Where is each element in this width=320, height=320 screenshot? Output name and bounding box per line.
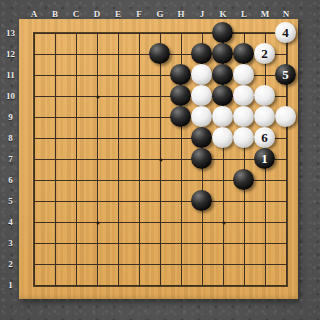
row-label-9: 9 xyxy=(2,111,19,123)
stones-layer: 42561 xyxy=(23,22,296,295)
stone-black-J7[interactable] xyxy=(191,148,212,169)
stone-white-M9[interactable] xyxy=(254,106,275,127)
row-label-2: 2 xyxy=(2,258,19,270)
move-number-label: 5 xyxy=(275,64,296,85)
stone-white-M12[interactable]: 2 xyxy=(254,43,275,64)
stone-black-H9[interactable] xyxy=(170,106,191,127)
stone-white-N13[interactable]: 4 xyxy=(275,22,296,43)
stone-black-K11[interactable] xyxy=(212,64,233,85)
move-number-label: 6 xyxy=(254,127,275,148)
stone-white-J9[interactable] xyxy=(191,106,212,127)
stone-white-L9[interactable] xyxy=(233,106,254,127)
row-label-10: 10 xyxy=(2,90,19,102)
stone-white-K9[interactable] xyxy=(212,106,233,127)
row-label-1: 1 xyxy=(2,279,19,291)
row-label-3: 3 xyxy=(2,237,19,249)
stone-black-K13[interactable] xyxy=(212,22,233,43)
stone-black-L6[interactable] xyxy=(233,169,254,190)
stone-black-J5[interactable] xyxy=(191,190,212,211)
move-number-label: 4 xyxy=(275,22,296,43)
stone-white-L8[interactable] xyxy=(233,127,254,148)
row-label-12: 12 xyxy=(2,48,19,60)
stone-black-N11[interactable]: 5 xyxy=(275,64,296,85)
stone-black-J12[interactable] xyxy=(191,43,212,64)
stone-white-L10[interactable] xyxy=(233,85,254,106)
go-diagram: ABCDEFGHJKLMN 13121110987654321 42561 xyxy=(0,0,320,320)
stone-black-G12[interactable] xyxy=(149,43,170,64)
row-label-11: 11 xyxy=(2,69,19,81)
stone-black-K10[interactable] xyxy=(212,85,233,106)
row-label-5: 5 xyxy=(2,195,19,207)
move-number-label: 1 xyxy=(254,148,275,169)
stone-white-L11[interactable] xyxy=(233,64,254,85)
row-label-8: 8 xyxy=(2,132,19,144)
stone-white-M8[interactable]: 6 xyxy=(254,127,275,148)
stone-black-H10[interactable] xyxy=(170,85,191,106)
stone-white-J10[interactable] xyxy=(191,85,212,106)
stone-black-J8[interactable] xyxy=(191,127,212,148)
stone-white-J11[interactable] xyxy=(191,64,212,85)
stone-black-L12[interactable] xyxy=(233,43,254,64)
stone-black-K12[interactable] xyxy=(212,43,233,64)
stone-white-K8[interactable] xyxy=(212,127,233,148)
stone-white-N9[interactable] xyxy=(275,106,296,127)
move-number-label: 2 xyxy=(254,43,275,64)
row-label-7: 7 xyxy=(2,153,19,165)
stone-black-H11[interactable] xyxy=(170,64,191,85)
row-label-4: 4 xyxy=(2,216,19,228)
go-board[interactable]: 42561 xyxy=(19,19,298,299)
row-label-13: 13 xyxy=(2,27,19,39)
stone-white-M10[interactable] xyxy=(254,85,275,106)
row-label-6: 6 xyxy=(2,174,19,186)
stone-black-M7[interactable]: 1 xyxy=(254,148,275,169)
